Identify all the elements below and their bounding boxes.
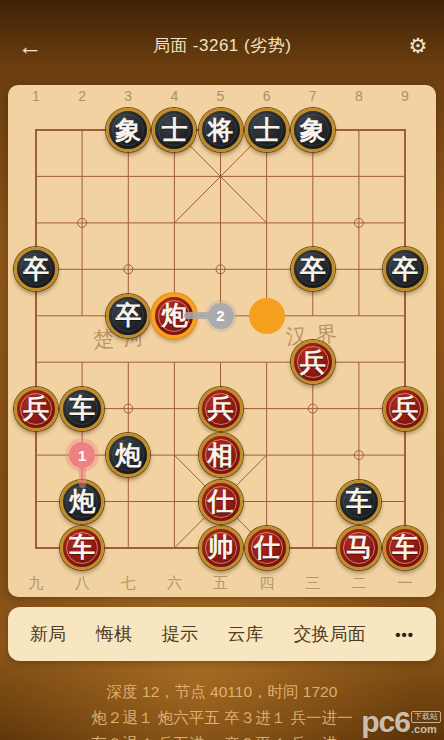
- piece-black-pawn[interactable]: 卒: [106, 294, 150, 338]
- piece-red-advisor[interactable]: 仕: [245, 526, 289, 570]
- piece-black-advisor[interactable]: 士: [245, 108, 289, 152]
- file-label-bottom: 一: [398, 574, 413, 593]
- piece-black-elephant[interactable]: 象: [291, 108, 335, 152]
- piece-red-advisor[interactable]: 仕: [199, 480, 243, 524]
- toolbar-more-button[interactable]: •••: [395, 626, 414, 643]
- piece-black-rook[interactable]: 车: [337, 480, 381, 524]
- piece-red-pawn[interactable]: 兵: [199, 387, 243, 431]
- engine-status-line1: 深度 12，节点 40110，时间 1720: [0, 679, 444, 705]
- file-label-bottom: 五: [213, 574, 228, 593]
- file-label-top: 6: [263, 88, 271, 104]
- xiangqi-board[interactable]: 楚河 汉界 123456789 九八七六五四三二一 12 象士将士象卒卒卒卒炮兵…: [8, 85, 436, 597]
- settings-button[interactable]: ⚙: [400, 28, 436, 64]
- piece-black-elephant[interactable]: 象: [106, 108, 150, 152]
- toolbar-button-交换局面[interactable]: 交换局面: [293, 622, 365, 646]
- file-label-bottom: 二: [351, 574, 366, 593]
- file-label-top: 1: [32, 88, 40, 104]
- piece-red-pawn[interactable]: 兵: [383, 387, 427, 431]
- pc6-logo: pc6: [361, 709, 410, 735]
- piece-red-rook[interactable]: 车: [60, 526, 104, 570]
- file-label-top: 3: [124, 88, 132, 104]
- piece-red-elephant[interactable]: 相: [199, 433, 243, 477]
- piece-black-pawn[interactable]: 卒: [383, 247, 427, 291]
- file-label-top: 8: [355, 88, 363, 104]
- pc6-domain: .com: [411, 723, 437, 735]
- file-label-top: 5: [217, 88, 225, 104]
- piece-black-king[interactable]: 将: [199, 108, 243, 152]
- piece-red-horse[interactable]: 马: [337, 526, 381, 570]
- header: ← 局面 -3261 (劣势) ⚙: [0, 26, 444, 66]
- file-label-bottom: 九: [29, 574, 44, 593]
- file-label-bottom: 三: [305, 574, 320, 593]
- piece-black-advisor[interactable]: 士: [152, 108, 196, 152]
- piece-red-rook[interactable]: 车: [383, 526, 427, 570]
- file-label-bottom: 七: [121, 574, 136, 593]
- file-label-top: 9: [401, 88, 409, 104]
- bottom-toolbar: 新局悔棋提示云库交换局面•••: [8, 607, 436, 661]
- pc6-watermark: pc6 下载站 .com: [361, 709, 441, 735]
- file-label-bottom: 四: [259, 574, 274, 593]
- pv-move-badge: 1: [69, 442, 95, 468]
- file-label-bottom: 八: [75, 574, 90, 593]
- piece-black-cannon[interactable]: 炮: [106, 433, 150, 477]
- file-label-bottom: 六: [167, 574, 182, 593]
- last-move-source-dot: [249, 298, 285, 334]
- file-label-top: 7: [309, 88, 317, 104]
- pv-move-badge: 2: [208, 303, 234, 329]
- pc6-badge: 下载站: [411, 711, 441, 723]
- piece-black-pawn[interactable]: 卒: [291, 247, 335, 291]
- toolbar-button-新局[interactable]: 新局: [30, 622, 66, 646]
- toolbar-button-云库[interactable]: 云库: [228, 622, 264, 646]
- piece-red-pawn[interactable]: 兵: [291, 340, 335, 384]
- piece-red-pawn[interactable]: 兵: [14, 387, 58, 431]
- piece-black-pawn[interactable]: 卒: [14, 247, 58, 291]
- file-label-top: 2: [78, 88, 86, 104]
- toolbar-button-提示[interactable]: 提示: [162, 622, 198, 646]
- toolbar-button-悔棋[interactable]: 悔棋: [96, 622, 132, 646]
- file-label-top: 4: [170, 88, 178, 104]
- piece-red-king[interactable]: 帅: [199, 526, 243, 570]
- gear-icon: ⚙: [409, 34, 428, 57]
- piece-black-rook[interactable]: 车: [60, 387, 104, 431]
- page-title: 局面 -3261 (劣势): [0, 34, 444, 57]
